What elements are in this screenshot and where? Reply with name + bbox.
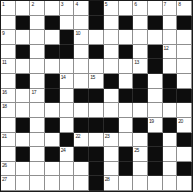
- cell-r6c8-black: [104, 74, 119, 89]
- cell-r3c3[interactable]: [30, 30, 45, 45]
- cell-r7c12-black: [163, 89, 178, 104]
- cell-r5c5[interactable]: [60, 59, 75, 74]
- cell-r2c5[interactable]: [60, 16, 75, 31]
- cell-r10c6[interactable]: 22: [74, 133, 89, 148]
- cell-r3c4[interactable]: [45, 30, 60, 45]
- cell-r4c1[interactable]: [1, 45, 16, 60]
- cell-r11c12[interactable]: [163, 147, 178, 162]
- clue-number-26: 26: [2, 162, 7, 168]
- cell-r8c2[interactable]: [16, 103, 31, 118]
- cell-r5c11-black: [148, 59, 163, 74]
- cell-r6c5[interactable]: 14: [60, 74, 75, 89]
- clue-number-23: 23: [105, 133, 110, 139]
- cell-r11c8[interactable]: [104, 147, 119, 162]
- clue-number-6: 6: [134, 1, 136, 7]
- clue-number-24: 24: [61, 147, 66, 153]
- cell-r12c8[interactable]: [104, 162, 119, 177]
- cell-r2c8[interactable]: [104, 16, 119, 31]
- cell-r13c7-black: [89, 176, 104, 191]
- cell-r4c5-black: [60, 45, 75, 60]
- cell-r2c10[interactable]: [133, 16, 148, 31]
- clue-number-28: 28: [105, 176, 110, 182]
- cell-r7c4-black: [45, 89, 60, 104]
- cell-r4c10[interactable]: [133, 45, 148, 60]
- cell-r12c4[interactable]: [45, 162, 60, 177]
- cell-r4c4-black: [45, 45, 60, 60]
- cell-r9c7-black: [89, 118, 104, 133]
- cell-r5c13[interactable]: [177, 59, 192, 74]
- cell-r1c7-black: [89, 1, 104, 16]
- cell-r12c3[interactable]: [30, 162, 45, 177]
- cell-r4c7-black: [89, 45, 104, 60]
- cell-r9c11[interactable]: 19: [148, 118, 163, 133]
- cell-r11c9-black: [119, 147, 134, 162]
- cell-r3c9[interactable]: [119, 30, 134, 45]
- cell-r8c5[interactable]: [60, 103, 75, 118]
- cell-r5c7[interactable]: [89, 59, 104, 74]
- cell-r12c7-black: [89, 162, 104, 177]
- clue-number-16: 16: [2, 89, 7, 95]
- clue-number-7: 7: [164, 1, 166, 7]
- cell-r2c11-black: [148, 16, 163, 31]
- cell-r9c9[interactable]: [119, 118, 134, 133]
- cell-r8c8[interactable]: [104, 103, 119, 118]
- clue-number-11: 11: [2, 59, 6, 65]
- cell-r1c12[interactable]: 7: [163, 1, 178, 16]
- cell-r7c13-black: [177, 89, 192, 104]
- cell-r13c9[interactable]: [119, 176, 134, 191]
- cell-r11c2-black: [16, 147, 31, 162]
- cell-r1c10[interactable]: 6: [133, 1, 148, 16]
- cell-r5c8[interactable]: [104, 59, 119, 74]
- cell-r1c6[interactable]: 4: [74, 1, 89, 16]
- cell-r10c7[interactable]: [89, 133, 104, 148]
- cell-r4c12[interactable]: 12: [163, 45, 178, 60]
- cell-r13c10[interactable]: [133, 176, 148, 191]
- cell-r12c9-black: [119, 162, 134, 177]
- cell-r9c2-black: [16, 118, 31, 133]
- cell-r2c6[interactable]: [74, 16, 89, 31]
- cell-r13c6[interactable]: [74, 176, 89, 191]
- cell-r7c2[interactable]: [16, 89, 31, 104]
- cell-r4c9-black: [119, 45, 134, 60]
- cell-r8c11[interactable]: [148, 103, 163, 118]
- cell-r8c13[interactable]: [177, 103, 192, 118]
- cell-r3c5-black: [60, 30, 75, 45]
- cell-r10c1[interactable]: 21: [1, 133, 16, 148]
- cell-r4c3[interactable]: [30, 45, 45, 60]
- cell-r4c8[interactable]: [104, 45, 119, 60]
- cell-r12c13-black: [177, 162, 192, 177]
- cell-r13c5[interactable]: [60, 176, 75, 191]
- clue-number-25: 25: [134, 147, 139, 153]
- cell-r2c13-black: [177, 16, 192, 31]
- cell-r1c8[interactable]: 5: [104, 1, 119, 16]
- cell-r1c11[interactable]: [148, 1, 163, 16]
- cell-r8c3[interactable]: [30, 103, 45, 118]
- cell-r9c8-black: [104, 118, 119, 133]
- cell-r11c10[interactable]: 25: [133, 147, 148, 162]
- cell-r6c1[interactable]: [1, 74, 16, 89]
- clue-number-14: 14: [61, 74, 66, 80]
- cell-r11c1[interactable]: [1, 147, 16, 162]
- cell-r5c9[interactable]: [119, 59, 134, 74]
- clue-number-4: 4: [75, 1, 77, 7]
- cell-r6c9[interactable]: [119, 74, 134, 89]
- clue-number-12: 12: [164, 45, 169, 51]
- cell-r10c5-black: [60, 133, 75, 148]
- cell-r10c4[interactable]: [45, 133, 60, 148]
- cell-r10c2[interactable]: [16, 133, 31, 148]
- clue-number-2: 2: [31, 1, 33, 7]
- cell-r9c6-black: [74, 118, 89, 133]
- cell-r2c9-black: [119, 16, 134, 31]
- cell-r8c6[interactable]: [74, 103, 89, 118]
- cell-r12c5[interactable]: [60, 162, 75, 177]
- cell-r3c11[interactable]: [148, 30, 163, 45]
- clue-number-5: 5: [105, 1, 107, 7]
- cell-r8c10[interactable]: [133, 103, 148, 118]
- cell-r10c3[interactable]: [30, 133, 45, 148]
- cell-r11c11-black: [148, 147, 163, 162]
- cell-r8c4[interactable]: [45, 103, 60, 118]
- cell-r10c12[interactable]: [163, 133, 178, 148]
- cell-r7c1[interactable]: 16: [1, 89, 16, 104]
- cell-r7c11[interactable]: [148, 89, 163, 104]
- clue-number-21: 21: [2, 133, 7, 139]
- cell-r3c7[interactable]: [89, 30, 104, 45]
- cell-r9c12-black: [163, 118, 178, 133]
- clue-number-1: 1: [2, 1, 4, 7]
- cell-r12c1[interactable]: 26: [1, 162, 16, 177]
- cell-r9c1[interactable]: [1, 118, 16, 133]
- cell-r8c7[interactable]: [89, 103, 104, 118]
- cell-r11c3[interactable]: [30, 147, 45, 162]
- cell-r12c11-black: [148, 162, 163, 177]
- cell-r12c2[interactable]: [16, 162, 31, 177]
- clue-number-10: 10: [75, 30, 80, 36]
- cell-r2c7-black: [89, 16, 104, 31]
- cell-r7c10-black: [133, 89, 148, 104]
- clue-number-18: 18: [2, 103, 7, 109]
- cell-r13c12[interactable]: [163, 176, 178, 191]
- cell-r10c13-black: [177, 133, 192, 148]
- cell-r6c3[interactable]: [30, 74, 45, 89]
- crossword-puzzle: 1234567891012111314151617181920212223242…: [0, 0, 193, 192]
- cell-r4c6[interactable]: [74, 45, 89, 60]
- cell-r2c2-black: [16, 16, 31, 31]
- clue-number-3: 3: [61, 1, 63, 7]
- cell-r3c1[interactable]: 9: [1, 30, 16, 45]
- cell-r3c12[interactable]: [163, 30, 178, 45]
- cell-r11c6-black: [74, 147, 89, 162]
- cell-r3c2[interactable]: [16, 30, 31, 45]
- cell-r1c5[interactable]: 3: [60, 1, 75, 16]
- cell-r1c9[interactable]: [119, 1, 134, 16]
- cell-r5c3[interactable]: [30, 59, 45, 74]
- cell-r6c12-black: [163, 74, 178, 89]
- clue-number-8: 8: [178, 1, 180, 7]
- cell-r10c11-black: [148, 133, 163, 148]
- cell-r2c12[interactable]: [163, 16, 178, 31]
- cell-r11c13[interactable]: [177, 147, 192, 162]
- clue-number-27: 27: [2, 176, 7, 182]
- clue-number-9: 9: [2, 30, 4, 36]
- cell-r2c4-black: [45, 16, 60, 31]
- cell-r5c12[interactable]: [163, 59, 178, 74]
- cell-r9c10-black: [133, 118, 148, 133]
- cell-r11c5[interactable]: 24: [60, 147, 75, 162]
- cell-r7c7-black: [89, 89, 104, 104]
- cell-r13c2[interactable]: [16, 176, 31, 191]
- clue-number-13: 13: [134, 59, 139, 65]
- cell-r7c5[interactable]: [60, 89, 75, 104]
- cell-r13c13[interactable]: [177, 176, 192, 191]
- cell-r7c9-black: [119, 89, 134, 104]
- cell-r10c8[interactable]: 23: [104, 133, 119, 148]
- cell-r13c1[interactable]: 27: [1, 176, 16, 191]
- cell-r9c4-black: [45, 118, 60, 133]
- cell-r5c2[interactable]: [16, 59, 31, 74]
- cell-r6c4-black: [45, 74, 60, 89]
- cell-r1c13[interactable]: 8: [177, 1, 192, 16]
- cell-r4c11-black: [148, 45, 163, 60]
- cell-r6c7[interactable]: 15: [89, 74, 104, 89]
- cell-r11c4-black: [45, 147, 60, 162]
- cell-r9c5[interactable]: [60, 118, 75, 133]
- cell-r9c13[interactable]: 20: [177, 118, 192, 133]
- clue-number-22: 22: [75, 133, 80, 139]
- cell-r6c6[interactable]: [74, 74, 89, 89]
- crossword-grid: 1234567891012111314151617181920212223242…: [0, 0, 193, 192]
- cell-r8c9[interactable]: [119, 103, 134, 118]
- cell-r5c10[interactable]: 13: [133, 59, 148, 74]
- cell-r1c1[interactable]: 1: [1, 1, 16, 16]
- cell-r4c2-black: [16, 45, 31, 60]
- cell-r10c10[interactable]: [133, 133, 148, 148]
- cell-r2c3[interactable]: [30, 16, 45, 31]
- clue-number-17: 17: [31, 89, 36, 95]
- cell-r11c7-black: [89, 147, 104, 162]
- clue-number-15: 15: [90, 74, 95, 80]
- cell-r6c10-black: [133, 74, 148, 89]
- cell-r7c8[interactable]: [104, 89, 119, 104]
- cell-r8c1[interactable]: 18: [1, 103, 16, 118]
- cell-r3c13[interactable]: [177, 30, 192, 45]
- cell-r6c13[interactable]: [177, 74, 192, 89]
- cell-r6c2-black: [16, 74, 31, 89]
- cell-r9c3[interactable]: [30, 118, 45, 133]
- cell-r1c2[interactable]: [16, 1, 31, 16]
- cell-r6c11[interactable]: [148, 74, 163, 89]
- cell-r1c4[interactable]: [45, 1, 60, 16]
- cell-r5c4[interactable]: [45, 59, 60, 74]
- cell-r13c11[interactable]: [148, 176, 163, 191]
- cell-r12c12[interactable]: [163, 162, 178, 177]
- cell-r5c6[interactable]: [74, 59, 89, 74]
- cell-r13c8[interactable]: 28: [104, 176, 119, 191]
- cell-r8c12[interactable]: [163, 103, 178, 118]
- clue-number-20: 20: [178, 118, 183, 124]
- cell-r13c4[interactable]: [45, 176, 60, 191]
- cell-r13c3[interactable]: [30, 176, 45, 191]
- cell-r12c10[interactable]: [133, 162, 148, 177]
- cell-r12c6[interactable]: [74, 162, 89, 177]
- cell-r7c6-black: [74, 89, 89, 104]
- cell-r7c3[interactable]: 17: [30, 89, 45, 104]
- cell-r1c3[interactable]: 2: [30, 1, 45, 16]
- cell-r4c13[interactable]: [177, 45, 192, 60]
- cell-r5c1[interactable]: 11: [1, 59, 16, 74]
- cell-r3c6[interactable]: 10: [74, 30, 89, 45]
- clue-number-19: 19: [149, 118, 154, 124]
- cell-r2c1[interactable]: [1, 16, 16, 31]
- cell-r3c10[interactable]: [133, 30, 148, 45]
- cell-r10c9[interactable]: [119, 133, 134, 148]
- cell-r3c8[interactable]: [104, 30, 119, 45]
